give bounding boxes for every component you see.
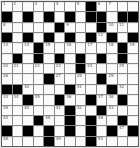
clue-number-10: 10 <box>108 23 113 27</box>
cell-r12c5[interactable]: 45 <box>44 116 54 125</box>
black-cell-r14c9 <box>86 137 96 146</box>
clue-number-30: 30 <box>24 85 29 89</box>
cell-r6c5[interactable] <box>44 54 54 63</box>
cell-r13c10[interactable] <box>97 126 107 135</box>
cell-r11c12[interactable] <box>118 106 128 115</box>
cell-r6c1[interactable] <box>2 54 12 63</box>
clue-number-3: 3 <box>35 2 38 6</box>
clue-number-1: 1 <box>3 2 6 6</box>
clue-number-32: 32 <box>119 85 124 89</box>
cell-r7c3[interactable] <box>23 64 33 73</box>
clue-number-39: 39 <box>3 106 8 110</box>
cell-r7c6[interactable]: 23 <box>55 64 65 73</box>
cell-r9c8[interactable]: 31 <box>76 85 86 94</box>
cell-r3c8[interactable] <box>76 23 86 32</box>
cell-r4c2[interactable] <box>13 33 23 42</box>
cell-r11c4[interactable] <box>34 106 44 115</box>
cell-r1c6[interactable]: 4 <box>55 2 65 11</box>
black-cell-r9c2 <box>13 85 23 94</box>
cell-r2c11[interactable] <box>107 12 117 21</box>
clue-number-8: 8 <box>3 23 6 27</box>
black-cell-r10c3 <box>23 95 33 104</box>
cell-r3c1[interactable]: 8 <box>2 23 12 32</box>
cell-r1c1[interactable]: 1 <box>2 2 12 11</box>
cell-r2c2[interactable] <box>13 12 23 21</box>
clue-number-15: 15 <box>45 43 50 47</box>
clue-number-42: 42 <box>77 106 82 110</box>
clue-number-7: 7 <box>108 2 111 6</box>
cell-r9c4[interactable] <box>34 85 44 94</box>
cell-r12c1[interactable]: 44 <box>2 116 12 125</box>
black-cell-r11c7 <box>65 106 75 115</box>
clue-number-29: 29 <box>108 74 113 78</box>
cell-r1c11[interactable]: 7 <box>107 2 117 11</box>
cell-r13c6[interactable] <box>55 126 65 135</box>
cell-r10c8[interactable] <box>76 95 86 104</box>
cell-r14c10[interactable]: 50 <box>97 137 107 146</box>
clue-number-44: 44 <box>3 116 8 120</box>
cell-r11c11[interactable]: 43 <box>107 106 117 115</box>
cell-r11c9[interactable] <box>86 106 96 115</box>
cell-r12c11[interactable] <box>107 116 117 125</box>
cell-r7c5[interactable] <box>44 64 54 73</box>
black-cell-r2c12 <box>118 12 128 21</box>
black-cell-r6c6 <box>55 54 65 63</box>
cell-r1c5[interactable] <box>44 2 54 11</box>
crossword-puzzle: 1234567891011121314151617181920212223242… <box>0 0 140 148</box>
black-cell-r13c1 <box>2 126 12 135</box>
black-cell-r5c12 <box>118 43 128 52</box>
cell-r9c13[interactable] <box>128 85 138 94</box>
black-cell-r13c3 <box>23 126 33 135</box>
black-cell-r10c9 <box>86 95 96 104</box>
black-cell-r12c12 <box>118 116 128 125</box>
cell-r2c4[interactable] <box>34 12 44 21</box>
cell-r7c13[interactable] <box>128 64 138 73</box>
cell-r10c5[interactable] <box>44 95 54 104</box>
cell-r8c9[interactable] <box>86 74 96 83</box>
cell-r7c4[interactable]: 22 <box>34 64 44 73</box>
clue-number-13: 13 <box>3 43 8 47</box>
black-cell-r2c3 <box>23 12 33 21</box>
clue-number-27: 27 <box>56 74 61 78</box>
cell-r6c7[interactable] <box>65 54 75 63</box>
cell-r3c9[interactable] <box>86 23 96 32</box>
cell-r12c6[interactable] <box>55 116 65 125</box>
clue-number-14: 14 <box>24 43 29 47</box>
cell-r6c13[interactable] <box>128 54 138 63</box>
cell-r10c11[interactable]: 38 <box>107 95 117 104</box>
black-cell-r4c3 <box>23 33 33 42</box>
clue-number-12: 12 <box>98 33 103 37</box>
cell-r9c12[interactable]: 32 <box>118 85 128 94</box>
black-cell-r6c10 <box>97 54 107 63</box>
cell-r13c4[interactable] <box>34 126 44 135</box>
clue-number-38: 38 <box>108 95 113 99</box>
cell-r7c10[interactable] <box>97 64 107 73</box>
cell-r8c1[interactable]: 26 <box>2 74 12 83</box>
cell-r6c3[interactable] <box>23 54 33 63</box>
cell-r5c5[interactable]: 15 <box>44 43 54 52</box>
cell-r14c6[interactable]: 49 <box>55 137 65 146</box>
cell-r12c8[interactable] <box>76 116 86 125</box>
clue-number-48: 48 <box>3 137 8 141</box>
black-cell-r2c9 <box>86 12 96 21</box>
clue-number-16: 16 <box>66 43 71 47</box>
cell-r8c4[interactable] <box>34 74 44 83</box>
clue-number-4: 4 <box>56 2 59 6</box>
cell-r11c13[interactable] <box>128 106 138 115</box>
black-cell-r7c8 <box>76 64 86 73</box>
cell-r14c13[interactable] <box>128 137 138 146</box>
cell-r14c3[interactable] <box>23 137 33 146</box>
cell-r8c2[interactable] <box>13 74 23 83</box>
clue-number-45: 45 <box>45 116 50 120</box>
black-cell-r4c7 <box>65 33 75 42</box>
cell-r11c1[interactable]: 39 <box>2 106 12 115</box>
cell-r7c1[interactable]: 20 <box>2 64 12 73</box>
black-cell-r13c11 <box>107 126 117 135</box>
clue-number-6: 6 <box>98 2 101 6</box>
cell-r3c3[interactable] <box>23 23 33 32</box>
clue-number-37: 37 <box>98 95 103 99</box>
cell-r5c10[interactable] <box>97 43 107 52</box>
black-cell-r12c9 <box>86 116 96 125</box>
cell-r1c8[interactable]: 5 <box>76 2 86 11</box>
black-cell-r2c13 <box>128 12 138 21</box>
cell-r2c6[interactable] <box>55 12 65 21</box>
clue-number-33: 33 <box>3 95 8 99</box>
clue-number-19: 19 <box>129 43 134 47</box>
cell-r14c7[interactable] <box>65 137 75 146</box>
cell-r1c13[interactable] <box>128 2 138 11</box>
clue-number-21: 21 <box>14 64 19 68</box>
cell-r14c2[interactable] <box>13 137 23 146</box>
clue-number-35: 35 <box>35 95 40 99</box>
clue-number-11: 11 <box>119 23 124 27</box>
cell-r13c12[interactable]: 47 <box>118 126 128 135</box>
cell-r8c6[interactable]: 27 <box>55 74 65 83</box>
clue-number-50: 50 <box>98 137 103 141</box>
black-cell-r9c7 <box>65 85 75 94</box>
cell-r5c7[interactable]: 16 <box>65 43 75 52</box>
black-cell-r9c11 <box>107 85 117 94</box>
cell-r5c8[interactable] <box>76 43 86 52</box>
cell-r11c6[interactable]: 41 <box>55 106 65 115</box>
cell-r5c13[interactable]: 19 <box>128 43 138 52</box>
clue-number-5: 5 <box>77 2 80 6</box>
clue-number-24: 24 <box>87 64 92 68</box>
cell-r14c4[interactable] <box>34 137 44 146</box>
cell-r9c6[interactable] <box>55 85 65 94</box>
cell-r1c12[interactable] <box>118 2 128 11</box>
clue-number-26: 26 <box>3 74 8 78</box>
clue-number-41: 41 <box>56 106 61 110</box>
black-cell-r3c6 <box>55 23 65 32</box>
cell-r3c13[interactable] <box>128 23 138 32</box>
black-cell-r4c5 <box>44 33 54 42</box>
cell-r10c4[interactable]: 35 <box>34 95 44 104</box>
cell-r14c12[interactable] <box>118 137 128 146</box>
black-cell-r12c4 <box>34 116 44 125</box>
cell-r4c10[interactable]: 12 <box>97 33 107 42</box>
black-cell-r13c13 <box>128 126 138 135</box>
clue-number-40: 40 <box>24 106 29 110</box>
cell-r5c9[interactable]: 17 <box>86 43 96 52</box>
clue-number-34: 34 <box>14 95 19 99</box>
cell-r9c5[interactable] <box>44 85 54 94</box>
clue-number-49: 49 <box>56 137 61 141</box>
clue-number-46: 46 <box>98 116 103 120</box>
cell-r1c4[interactable]: 3 <box>34 2 44 11</box>
black-cell-r4c13 <box>128 33 138 42</box>
black-cell-r5c4 <box>34 43 44 52</box>
clue-number-43: 43 <box>108 106 113 110</box>
cell-r11c3[interactable]: 40 <box>23 106 33 115</box>
cell-r8c13[interactable] <box>128 74 138 83</box>
clue-number-31: 31 <box>77 85 82 89</box>
cell-r5c3[interactable]: 14 <box>23 43 33 52</box>
black-cell-r2c1 <box>2 12 12 21</box>
cell-r1c7[interactable] <box>65 2 75 11</box>
clue-number-28: 28 <box>77 74 82 78</box>
black-cell-r6c12 <box>118 54 128 63</box>
cell-r3c11[interactable]: 10 <box>107 23 117 32</box>
black-cell-r4c11 <box>107 33 117 42</box>
cell-r14c1[interactable]: 48 <box>2 137 12 146</box>
cell-r3c2[interactable] <box>13 23 23 32</box>
cell-r11c2[interactable] <box>13 106 23 115</box>
cell-r14c11[interactable] <box>107 137 117 146</box>
cell-r9c10[interactable] <box>97 85 107 94</box>
cell-r10c1[interactable]: 33 <box>2 95 12 104</box>
cell-r1c10[interactable]: 6 <box>97 2 107 11</box>
cell-r7c9[interactable]: 24 <box>86 64 96 73</box>
black-cell-r14c5 <box>44 137 54 146</box>
clue-number-9: 9 <box>66 23 69 27</box>
black-cell-r2c5 <box>44 12 54 21</box>
clue-number-47: 47 <box>119 126 124 130</box>
cell-r12c2[interactable] <box>13 116 23 125</box>
cell-r8c8[interactable]: 28 <box>76 74 86 83</box>
clue-number-25: 25 <box>119 64 124 68</box>
clue-number-23: 23 <box>56 64 61 68</box>
cell-r8c12[interactable] <box>118 74 128 83</box>
cell-r13c2[interactable] <box>13 126 23 135</box>
black-cell-r13c5 <box>44 126 54 135</box>
cell-r8c7[interactable] <box>65 74 75 83</box>
cell-r5c11[interactable]: 18 <box>107 43 117 52</box>
cell-r4c4[interactable] <box>34 33 44 42</box>
cell-r2c8[interactable] <box>76 12 86 21</box>
black-cell-r12c7 <box>65 116 75 125</box>
cell-r5c2[interactable] <box>13 43 23 52</box>
cell-r11c5[interactable] <box>44 106 54 115</box>
black-cell-r2c7 <box>65 12 75 21</box>
cell-r5c6[interactable] <box>55 43 65 52</box>
cell-r10c2[interactable]: 34 <box>13 95 23 104</box>
cell-r3c12[interactable]: 11 <box>118 23 128 32</box>
cell-r5c1[interactable]: 13 <box>2 43 12 52</box>
cell-r3c7[interactable]: 9 <box>65 23 75 32</box>
black-cell-r13c9 <box>86 126 96 135</box>
clue-number-22: 22 <box>35 64 40 68</box>
cell-r12c3[interactable] <box>23 116 33 125</box>
black-cell-r13c7 <box>65 126 75 135</box>
cell-r11c8[interactable]: 42 <box>76 106 86 115</box>
black-cell-r6c8 <box>76 54 86 63</box>
cell-r7c11[interactable] <box>107 64 117 73</box>
black-cell-r8c10 <box>97 74 107 83</box>
cell-r10c7[interactable]: 36 <box>65 95 75 104</box>
cell-r9c3[interactable]: 30 <box>23 85 33 94</box>
cell-r1c3[interactable] <box>23 2 33 11</box>
cell-r6c11[interactable] <box>107 54 117 63</box>
clue-number-18: 18 <box>108 43 113 47</box>
cell-r6c9[interactable] <box>86 54 96 63</box>
cell-r7c7[interactable] <box>65 64 75 73</box>
black-cell-r4c9 <box>86 33 96 42</box>
cell-r8c11[interactable]: 29 <box>107 74 117 83</box>
cell-r4c8[interactable] <box>76 33 86 42</box>
cell-r12c13[interactable] <box>128 116 138 125</box>
black-cell-r3c10 <box>97 23 107 32</box>
cell-r7c2[interactable]: 21 <box>13 64 23 73</box>
black-cell-r9c1 <box>2 85 12 94</box>
clue-number-17: 17 <box>87 43 92 47</box>
clue-number-36: 36 <box>66 95 71 99</box>
cell-r4c6[interactable] <box>55 33 65 42</box>
black-cell-r8c5 <box>44 74 54 83</box>
black-cell-r6c4 <box>34 54 44 63</box>
cell-r1c2[interactable]: 2 <box>13 2 23 11</box>
cell-r10c10[interactable]: 37 <box>97 95 107 104</box>
cell-r12c10[interactable]: 46 <box>97 116 107 125</box>
cell-r4c12[interactable] <box>118 33 128 42</box>
clue-number-20: 20 <box>3 64 8 68</box>
cell-r10c13[interactable] <box>128 95 138 104</box>
cell-r3c4[interactable] <box>34 23 44 32</box>
cell-r7c12[interactable]: 25 <box>118 64 128 73</box>
cell-r3c5[interactable] <box>44 23 54 32</box>
cell-r9c9[interactable] <box>86 85 96 94</box>
black-cell-r11c10 <box>97 106 107 115</box>
cell-r13c8[interactable] <box>76 126 86 135</box>
black-cell-r10c12 <box>118 95 128 104</box>
black-cell-r10c6 <box>55 95 65 104</box>
black-cell-r6c2 <box>13 54 23 63</box>
cell-r14c8[interactable] <box>76 137 86 146</box>
cell-r8c3[interactable] <box>23 74 33 83</box>
black-cell-r4c1 <box>2 33 12 42</box>
crossword-board: 1234567891011121314151617181920212223242… <box>1 1 139 147</box>
black-cell-r1c9 <box>86 2 96 11</box>
clue-number-2: 2 <box>14 2 17 6</box>
black-cell-r2c10 <box>97 12 107 21</box>
